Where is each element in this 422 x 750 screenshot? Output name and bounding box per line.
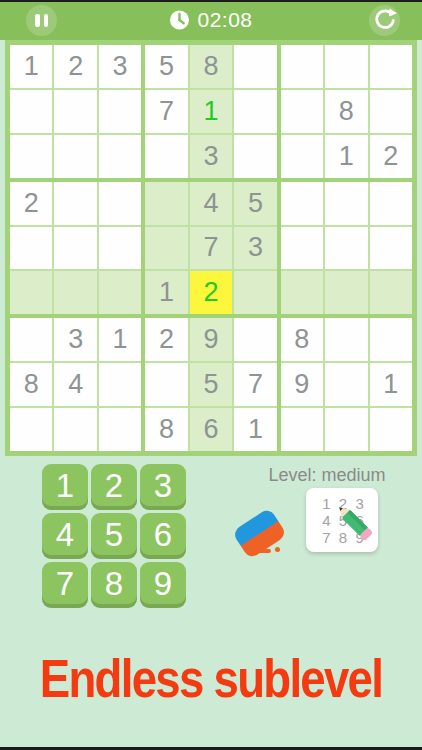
sudoku-cell-r4c7[interactable]: [281, 182, 323, 225]
sudoku-cell-r9c1[interactable]: [10, 408, 52, 451]
sudoku-cell-r8c2[interactable]: 4: [54, 363, 96, 406]
level-label: Level: medium: [252, 465, 402, 486]
sudoku-cell-r8c3[interactable]: [99, 363, 141, 406]
sudoku-cell-r1c8[interactable]: [325, 45, 367, 88]
timer-value: 02:08: [197, 8, 252, 32]
keypad-button-9[interactable]: 9: [140, 562, 186, 608]
screen-top-edge: [0, 0, 422, 2]
sudoku-cell-r9c9[interactable]: [370, 408, 412, 451]
sudoku-cell-r6c1[interactable]: [10, 271, 52, 314]
mini-grid-digit: 7: [322, 529, 330, 546]
keypad-button-2[interactable]: 2: [91, 464, 137, 510]
mini-grid-digit: 6: [355, 512, 363, 529]
topbar: 02:08: [0, 0, 422, 40]
sudoku-cell-r4c4[interactable]: [145, 182, 187, 225]
sudoku-cell-r1c7[interactable]: [281, 45, 323, 88]
sudoku-cell-r9c6[interactable]: 1: [234, 408, 276, 451]
sudoku-cell-r7c3[interactable]: 1: [99, 318, 141, 361]
sudoku-cell-r6c7[interactable]: [281, 271, 323, 314]
sudoku-cell-r8c5[interactable]: 5: [190, 363, 232, 406]
sudoku-cell-r7c6[interactable]: [234, 318, 276, 361]
sudoku-cell-r6c4[interactable]: 1: [145, 271, 187, 314]
sudoku-cell-r1c4[interactable]: 5: [145, 45, 187, 88]
sudoku-cell-r3c5[interactable]: 3: [190, 135, 232, 178]
timer: 02:08: [169, 0, 252, 40]
pause-icon: [35, 14, 48, 27]
sudoku-box: 3184: [10, 318, 141, 451]
sudoku-cell-r2c4[interactable]: 7: [145, 90, 187, 133]
refresh-icon: [372, 7, 398, 33]
keypad-button-8[interactable]: 8: [91, 562, 137, 608]
sudoku-cell-r5c7[interactable]: [281, 227, 323, 270]
sudoku-cell-r8c8[interactable]: [325, 363, 367, 406]
sudoku-cell-r8c4[interactable]: [145, 363, 187, 406]
sudoku-cell-r7c1[interactable]: [10, 318, 52, 361]
eraser-crumb: [258, 549, 271, 553]
sudoku-cell-r8c7[interactable]: 9: [281, 363, 323, 406]
sudoku-cell-r1c6[interactable]: [234, 45, 276, 88]
sudoku-cell-r3c7[interactable]: [281, 135, 323, 178]
eraser-crumb: [275, 547, 280, 552]
sudoku-cell-r5c1[interactable]: [10, 227, 52, 270]
sudoku-cell-r2c1[interactable]: [10, 90, 52, 133]
sudoku-cell-r9c7[interactable]: [281, 408, 323, 451]
sudoku-cell-r4c9[interactable]: [370, 182, 412, 225]
notes-mini-grid: 123456789: [318, 495, 368, 545]
sudoku-cell-r6c8[interactable]: [325, 271, 367, 314]
sudoku-cell-r3c2[interactable]: [54, 135, 96, 178]
keypad-button-1[interactable]: 1: [42, 464, 88, 510]
sudoku-box: 123: [10, 45, 141, 178]
sudoku-cell-r5c4[interactable]: [145, 227, 187, 270]
sudoku-cell-r6c5[interactable]: 2: [190, 271, 232, 314]
sudoku-cell-r5c9[interactable]: [370, 227, 412, 270]
sudoku-box: 891: [281, 318, 412, 451]
sudoku-cell-r6c9[interactable]: [370, 271, 412, 314]
sudoku-cell-r1c2[interactable]: 2: [54, 45, 96, 88]
sudoku-cell-r4c1[interactable]: 2: [10, 182, 52, 225]
sudoku-box: 58713: [145, 45, 276, 178]
sudoku-cell-r9c3[interactable]: [99, 408, 141, 451]
keypad-button-4[interactable]: 4: [42, 513, 88, 559]
mini-grid-digit: 3: [355, 495, 363, 512]
sudoku-cell-r3c3[interactable]: [99, 135, 141, 178]
sudoku-cell-r8c9[interactable]: 1: [370, 363, 412, 406]
sudoku-cell-r9c5[interactable]: 6: [190, 408, 232, 451]
sudoku-cell-r9c4[interactable]: 8: [145, 408, 187, 451]
sudoku-cell-r4c6[interactable]: 5: [234, 182, 276, 225]
keypad-button-3[interactable]: 3: [140, 464, 186, 510]
sudoku-cell-r3c1[interactable]: [10, 135, 52, 178]
sudoku-cell-r6c3[interactable]: [99, 271, 141, 314]
sudoku-cell-r4c3[interactable]: [99, 182, 141, 225]
sudoku-board: 12358713812245731231842957861891: [5, 40, 417, 456]
sudoku-cell-r2c9[interactable]: [370, 90, 412, 133]
sudoku-cell-r8c6[interactable]: 7: [234, 363, 276, 406]
clock-icon: [169, 10, 189, 30]
sudoku-cell-r7c5[interactable]: 9: [190, 318, 232, 361]
sudoku-cell-r4c8[interactable]: [325, 182, 367, 225]
sudoku-cell-r2c8[interactable]: 8: [325, 90, 367, 133]
sudoku-cell-r5c6[interactable]: 3: [234, 227, 276, 270]
headline-text: Endless sublevel: [30, 648, 393, 709]
sudoku-box: [281, 182, 412, 315]
pause-button[interactable]: [26, 5, 57, 36]
mini-grid-digit: 9: [355, 529, 363, 546]
sudoku-cell-r3c8[interactable]: 1: [325, 135, 367, 178]
sudoku-cell-r2c7[interactable]: [281, 90, 323, 133]
sudoku-cell-r7c8[interactable]: [325, 318, 367, 361]
sudoku-cell-r8c1[interactable]: 8: [10, 363, 52, 406]
sudoku-box: 2: [10, 182, 141, 315]
sudoku-cell-r1c3[interactable]: 3: [99, 45, 141, 88]
sudoku-cell-r7c7[interactable]: 8: [281, 318, 323, 361]
sudoku-cell-r7c9[interactable]: [370, 318, 412, 361]
sudoku-cell-r7c2[interactable]: 3: [54, 318, 96, 361]
eraser-crumb: [249, 547, 253, 551]
sudoku-cell-r5c3[interactable]: [99, 227, 141, 270]
sudoku-cell-r1c5[interactable]: 8: [190, 45, 232, 88]
sudoku-cell-r1c9[interactable]: [370, 45, 412, 88]
sudoku-cell-r3c9[interactable]: 2: [370, 135, 412, 178]
mini-grid-digit: 4: [322, 512, 330, 529]
keypad-button-6[interactable]: 6: [140, 513, 186, 559]
sudoku-cell-r6c6[interactable]: [234, 271, 276, 314]
sudoku-cell-r9c2[interactable]: [54, 408, 96, 451]
sudoku-cell-r1c1[interactable]: 1: [10, 45, 52, 88]
keypad-button-7[interactable]: 7: [42, 562, 88, 608]
sudoku-cell-r6c2[interactable]: [54, 271, 96, 314]
mini-grid-digit: 1: [322, 495, 330, 512]
sudoku-cell-r4c5[interactable]: 4: [190, 182, 232, 225]
sudoku-box: 812: [281, 45, 412, 178]
sudoku-cell-r9c8[interactable]: [325, 408, 367, 451]
sudoku-cell-r2c6[interactable]: [234, 90, 276, 133]
notes-button[interactable]: 123456789: [306, 488, 378, 552]
sudoku-cell-r2c2[interactable]: [54, 90, 96, 133]
sudoku-cell-r3c4[interactable]: [145, 135, 187, 178]
sudoku-cell-r2c5[interactable]: 1: [190, 90, 232, 133]
mini-grid-digit: 2: [339, 495, 347, 512]
restart-button[interactable]: [369, 5, 400, 36]
sudoku-cell-r2c3[interactable]: [99, 90, 141, 133]
mini-grid-digit: 8: [339, 529, 347, 546]
sudoku-cell-r5c2[interactable]: [54, 227, 96, 270]
sudoku-cell-r5c5[interactable]: 7: [190, 227, 232, 270]
keypad-button-5[interactable]: 5: [91, 513, 137, 559]
keypad: 123456789: [42, 464, 186, 608]
sudoku-box: 457312: [145, 182, 276, 315]
sudoku-cell-r3c6[interactable]: [234, 135, 276, 178]
sudoku-cell-r7c4[interactable]: 2: [145, 318, 187, 361]
sudoku-cell-r5c8[interactable]: [325, 227, 367, 270]
sudoku-cell-r4c2[interactable]: [54, 182, 96, 225]
sudoku-box: 2957861: [145, 318, 276, 451]
sudoku-app-screen: 02:08 12358713812245731231842957861891 1…: [0, 0, 422, 750]
eraser-button[interactable]: [230, 506, 290, 562]
mini-grid-digit: 5: [339, 512, 347, 529]
